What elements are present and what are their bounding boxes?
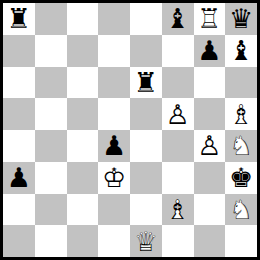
square-a7[interactable] (3, 35, 35, 67)
square-f1[interactable] (162, 225, 194, 257)
square-g1[interactable] (194, 225, 226, 257)
square-g3[interactable] (194, 162, 226, 194)
square-h4[interactable]: ♞♘ (225, 130, 257, 162)
white-piece-outline: ♗ (162, 194, 194, 226)
square-c6[interactable] (67, 67, 99, 99)
black-bishop-h7: ♝ (225, 35, 257, 67)
chess-board: ♜♝♜♖♛♟♝♜♟♙♝♗♟♟♙♞♘♟♚♔♚♝♗♞♘♛♕ (0, 0, 260, 260)
square-b6[interactable] (35, 67, 67, 99)
white-king-d3: ♚♔ (98, 162, 130, 194)
white-pawn-g4: ♟♙ (194, 130, 226, 162)
square-e2[interactable] (130, 194, 162, 226)
square-a8[interactable]: ♜ (3, 3, 35, 35)
black-piece-body: ♜ (130, 67, 162, 99)
square-f7[interactable] (162, 35, 194, 67)
square-d3[interactable]: ♚♔ (98, 162, 130, 194)
square-b8[interactable] (35, 3, 67, 35)
black-piece-body: ♟ (3, 162, 35, 194)
square-d5[interactable] (98, 98, 130, 130)
square-h6[interactable] (225, 67, 257, 99)
white-piece-outline: ♘ (225, 194, 257, 226)
white-knight-h2: ♞♘ (225, 194, 257, 226)
square-e6[interactable]: ♜ (130, 67, 162, 99)
square-e4[interactable] (130, 130, 162, 162)
square-a2[interactable] (3, 194, 35, 226)
square-f3[interactable] (162, 162, 194, 194)
square-f4[interactable] (162, 130, 194, 162)
square-e3[interactable] (130, 162, 162, 194)
square-c1[interactable] (67, 225, 99, 257)
black-piece-body: ♜ (3, 3, 35, 35)
black-pawn-d4: ♟ (98, 130, 130, 162)
square-e5[interactable] (130, 98, 162, 130)
white-bishop-h5: ♝♗ (225, 98, 257, 130)
square-c3[interactable] (67, 162, 99, 194)
black-piece-body: ♟ (194, 35, 226, 67)
white-piece-outline: ♗ (225, 98, 257, 130)
black-piece-body: ♝ (225, 35, 257, 67)
square-d2[interactable] (98, 194, 130, 226)
black-king-h3: ♚ (225, 162, 257, 194)
black-pawn-a3: ♟ (3, 162, 35, 194)
black-rook-e6: ♜ (130, 67, 162, 99)
white-piece-outline: ♕ (130, 225, 162, 257)
square-e7[interactable] (130, 35, 162, 67)
white-knight-h4: ♞♘ (225, 130, 257, 162)
chess-diagram: ♜♝♜♖♛♟♝♜♟♙♝♗♟♟♙♞♘♟♚♔♚♝♗♞♘♛♕ (0, 0, 260, 260)
square-c2[interactable] (67, 194, 99, 226)
square-d1[interactable] (98, 225, 130, 257)
square-c7[interactable] (67, 35, 99, 67)
black-piece-body: ♟ (98, 130, 130, 162)
square-b4[interactable] (35, 130, 67, 162)
square-h8[interactable]: ♛ (225, 3, 257, 35)
square-d8[interactable] (98, 3, 130, 35)
square-e1[interactable]: ♛♕ (130, 225, 162, 257)
square-b1[interactable] (35, 225, 67, 257)
square-f8[interactable]: ♝ (162, 3, 194, 35)
square-h3[interactable]: ♚ (225, 162, 257, 194)
square-d7[interactable] (98, 35, 130, 67)
white-rook-g8: ♜♖ (194, 3, 226, 35)
black-bishop-f8: ♝ (162, 3, 194, 35)
square-b3[interactable] (35, 162, 67, 194)
black-piece-body: ♝ (162, 3, 194, 35)
square-a4[interactable] (3, 130, 35, 162)
square-a1[interactable] (3, 225, 35, 257)
square-d4[interactable]: ♟ (98, 130, 130, 162)
square-b2[interactable] (35, 194, 67, 226)
square-f2[interactable]: ♝♗ (162, 194, 194, 226)
square-g4[interactable]: ♟♙ (194, 130, 226, 162)
black-rook-a8: ♜ (3, 3, 35, 35)
square-a3[interactable]: ♟ (3, 162, 35, 194)
white-piece-outline: ♙ (162, 98, 194, 130)
white-piece-outline: ♙ (194, 130, 226, 162)
square-h2[interactable]: ♞♘ (225, 194, 257, 226)
square-c8[interactable] (67, 3, 99, 35)
square-g2[interactable] (194, 194, 226, 226)
square-a5[interactable] (3, 98, 35, 130)
white-pawn-f5: ♟♙ (162, 98, 194, 130)
square-g7[interactable]: ♟ (194, 35, 226, 67)
white-piece-outline: ♖ (194, 3, 226, 35)
white-queen-e1: ♛♕ (130, 225, 162, 257)
square-h5[interactable]: ♝♗ (225, 98, 257, 130)
square-d6[interactable] (98, 67, 130, 99)
square-g8[interactable]: ♜♖ (194, 3, 226, 35)
black-pawn-g7: ♟ (194, 35, 226, 67)
white-piece-outline: ♘ (225, 130, 257, 162)
square-h1[interactable] (225, 225, 257, 257)
square-e8[interactable] (130, 3, 162, 35)
square-f5[interactable]: ♟♙ (162, 98, 194, 130)
white-piece-outline: ♔ (98, 162, 130, 194)
square-c4[interactable] (67, 130, 99, 162)
black-piece-body: ♛ (225, 3, 257, 35)
white-bishop-f2: ♝♗ (162, 194, 194, 226)
square-g6[interactable] (194, 67, 226, 99)
square-g5[interactable] (194, 98, 226, 130)
square-c5[interactable] (67, 98, 99, 130)
square-h7[interactable]: ♝ (225, 35, 257, 67)
square-a6[interactable] (3, 67, 35, 99)
black-queen-h8: ♛ (225, 3, 257, 35)
black-piece-body: ♚ (225, 162, 257, 194)
square-f6[interactable] (162, 67, 194, 99)
square-b5[interactable] (35, 98, 67, 130)
square-b7[interactable] (35, 35, 67, 67)
